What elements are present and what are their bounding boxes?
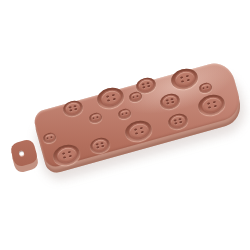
thread-hole-dot (171, 97, 174, 100)
thread-hole-dot (74, 104, 77, 107)
thread-hole-dot (179, 76, 182, 79)
thread-holes (166, 97, 175, 104)
thread-hole-dot (140, 131, 143, 134)
thread-holes (142, 81, 151, 88)
thread-holes (61, 151, 71, 159)
button-face (64, 100, 83, 116)
thread-hole-dot (62, 156, 65, 159)
thread-holes (206, 101, 216, 109)
button-face (137, 77, 156, 93)
button-face (169, 113, 188, 129)
product-photo (0, 0, 250, 250)
thread-holes (174, 117, 183, 124)
thread-holes (133, 127, 143, 135)
thread-holes (179, 75, 189, 83)
thread-hole-dot (132, 96, 134, 98)
thread-hole-dot (111, 94, 114, 97)
thread-holes (132, 95, 138, 98)
thread-hole-dot (206, 102, 209, 105)
thread-hole-dot (46, 137, 48, 139)
thread-hole-dot (175, 122, 178, 125)
thread-hole-dot (139, 127, 142, 130)
thread-hole-dot (134, 132, 137, 135)
thread-hole-dot (179, 121, 182, 124)
button-face (126, 121, 150, 142)
thread-hole-dot (125, 112, 127, 114)
button-face (172, 69, 196, 90)
thread-holes (92, 116, 98, 119)
thread-hole-dot (207, 106, 210, 109)
thread-holes (69, 104, 78, 111)
thread-hole-dot (67, 151, 70, 154)
thread-hole-dot (61, 152, 64, 155)
thread-holes (46, 136, 52, 139)
thread-hole-dot (106, 99, 109, 102)
thread-hole-dot (142, 83, 145, 86)
button-face (161, 93, 180, 109)
thread-hole-dot (74, 108, 77, 111)
thread-hole-dot (136, 95, 138, 97)
thread-hole-dot (213, 105, 216, 108)
thread-hole-dot (69, 106, 72, 109)
button-face (98, 88, 122, 109)
button-face (199, 95, 223, 116)
thread-hole-dot (202, 87, 204, 89)
hanging-hole (18, 150, 24, 156)
thread-holes (105, 94, 115, 102)
thread-holes (202, 86, 208, 89)
thread-hole-dot (179, 117, 182, 120)
thread-hole-dot (147, 85, 150, 88)
thread-hole-dot (180, 80, 183, 83)
thread-hole-dot (206, 86, 208, 88)
thread-hole-dot (112, 98, 115, 101)
thread-hole-dot (92, 117, 94, 119)
thread-holes (96, 141, 105, 148)
thread-hole-dot (96, 116, 98, 118)
thread-hole-dot (101, 145, 104, 148)
thread-hole-dot (68, 155, 71, 158)
button-face (54, 145, 78, 166)
thread-hole-dot (105, 95, 108, 98)
thread-hole-dot (97, 146, 100, 149)
thread-hole-dot (121, 113, 123, 115)
thread-hole-dot (186, 79, 189, 82)
thread-hole-dot (101, 141, 104, 144)
thread-hole-dot (185, 75, 188, 78)
thread-hole-dot (70, 109, 73, 112)
thread-hole-dot (212, 101, 215, 104)
button-face (91, 137, 110, 153)
thread-hole-dot (147, 81, 150, 84)
thread-hole-dot (50, 136, 52, 138)
thread-hole-dot (96, 143, 99, 146)
thread-hole-dot (166, 99, 169, 102)
thread-hole-dot (167, 102, 170, 105)
thread-hole-dot (143, 86, 146, 89)
thread-holes (121, 112, 127, 115)
thread-hole-dot (174, 119, 177, 122)
thread-hole-dot (171, 101, 174, 104)
thread-hole-dot (133, 128, 136, 131)
